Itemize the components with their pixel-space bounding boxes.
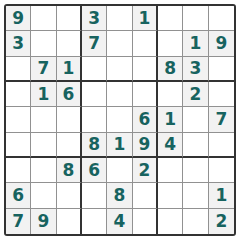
cell-r5c1[interactable] <box>6 107 31 132</box>
cell-r2c8[interactable]: 1 <box>183 31 208 56</box>
cell-r2c4[interactable]: 7 <box>82 31 107 56</box>
cell-r1c9[interactable] <box>209 6 234 31</box>
cell-r6c6[interactable]: 9 <box>133 133 158 158</box>
cell-r3c1[interactable] <box>6 57 31 82</box>
cell-r9c3[interactable] <box>57 209 82 234</box>
cell-r3c3[interactable]: 1 <box>57 57 82 82</box>
cell-r1c7[interactable] <box>158 6 183 31</box>
cell-r1c8[interactable] <box>183 6 208 31</box>
cell-r6c4[interactable]: 8 <box>82 133 107 158</box>
cell-r5c3[interactable] <box>57 107 82 132</box>
cell-r3c7[interactable]: 8 <box>158 57 183 82</box>
cell-r6c9[interactable] <box>209 133 234 158</box>
cell-r4c9[interactable] <box>209 82 234 107</box>
cell-r3c2[interactable]: 7 <box>31 57 56 82</box>
cell-r9c1[interactable]: 7 <box>6 209 31 234</box>
cell-r4c2[interactable]: 1 <box>31 82 56 107</box>
cell-r6c5[interactable]: 1 <box>107 133 132 158</box>
cell-r8c2[interactable] <box>31 183 56 208</box>
cell-r1c5[interactable] <box>107 6 132 31</box>
cell-r6c3[interactable] <box>57 133 82 158</box>
cell-r9c5[interactable]: 4 <box>107 209 132 234</box>
cell-r8c6[interactable] <box>133 183 158 208</box>
cell-r7c3[interactable]: 8 <box>57 158 82 183</box>
cell-r1c4[interactable]: 3 <box>82 6 107 31</box>
cell-r2c5[interactable] <box>107 31 132 56</box>
cell-r9c2[interactable]: 9 <box>31 209 56 234</box>
cell-r5c9[interactable]: 7 <box>209 107 234 132</box>
cell-r8c8[interactable] <box>183 183 208 208</box>
cell-r3c9[interactable] <box>209 57 234 82</box>
cell-r5c8[interactable] <box>183 107 208 132</box>
cell-r7c5[interactable] <box>107 158 132 183</box>
cell-r6c1[interactable] <box>6 133 31 158</box>
sudoku-board: 9313719718316261781948626817942 <box>4 4 236 236</box>
cell-r9c4[interactable] <box>82 209 107 234</box>
cell-r9c6[interactable] <box>133 209 158 234</box>
cell-r2c6[interactable] <box>133 31 158 56</box>
cell-r7c2[interactable] <box>31 158 56 183</box>
cell-r1c2[interactable] <box>31 6 56 31</box>
cell-r3c8[interactable]: 3 <box>183 57 208 82</box>
cell-r8c3[interactable] <box>57 183 82 208</box>
cell-r9c8[interactable] <box>183 209 208 234</box>
cell-r8c7[interactable] <box>158 183 183 208</box>
cell-r2c1[interactable]: 3 <box>6 31 31 56</box>
cell-r4c1[interactable] <box>6 82 31 107</box>
cell-r5c6[interactable]: 6 <box>133 107 158 132</box>
cell-r9c9[interactable]: 2 <box>209 209 234 234</box>
cell-r1c1[interactable]: 9 <box>6 6 31 31</box>
cell-r7c6[interactable]: 2 <box>133 158 158 183</box>
cell-r8c5[interactable]: 8 <box>107 183 132 208</box>
cell-r3c4[interactable] <box>82 57 107 82</box>
cell-r7c4[interactable]: 6 <box>82 158 107 183</box>
cell-r4c7[interactable] <box>158 82 183 107</box>
cell-r2c3[interactable] <box>57 31 82 56</box>
cell-r8c4[interactable] <box>82 183 107 208</box>
cell-r5c4[interactable] <box>82 107 107 132</box>
cell-r2c2[interactable] <box>31 31 56 56</box>
cell-r3c5[interactable] <box>107 57 132 82</box>
cell-r2c9[interactable]: 9 <box>209 31 234 56</box>
cell-r4c3[interactable]: 6 <box>57 82 82 107</box>
cell-r4c5[interactable] <box>107 82 132 107</box>
cell-r1c6[interactable]: 1 <box>133 6 158 31</box>
cell-r4c6[interactable] <box>133 82 158 107</box>
cell-r1c3[interactable] <box>57 6 82 31</box>
cell-r2c7[interactable] <box>158 31 183 56</box>
cell-r7c9[interactable] <box>209 158 234 183</box>
cell-r5c7[interactable]: 1 <box>158 107 183 132</box>
cell-r8c9[interactable]: 1 <box>209 183 234 208</box>
cell-r4c4[interactable] <box>82 82 107 107</box>
cell-r6c7[interactable]: 4 <box>158 133 183 158</box>
cell-r6c2[interactable] <box>31 133 56 158</box>
cell-r3c6[interactable] <box>133 57 158 82</box>
cell-r8c1[interactable]: 6 <box>6 183 31 208</box>
cell-r7c1[interactable] <box>6 158 31 183</box>
cell-r7c8[interactable] <box>183 158 208 183</box>
cell-r7c7[interactable] <box>158 158 183 183</box>
cell-r5c2[interactable] <box>31 107 56 132</box>
cell-r4c8[interactable]: 2 <box>183 82 208 107</box>
cell-r5c5[interactable] <box>107 107 132 132</box>
cell-r9c7[interactable] <box>158 209 183 234</box>
cell-r6c8[interactable] <box>183 133 208 158</box>
